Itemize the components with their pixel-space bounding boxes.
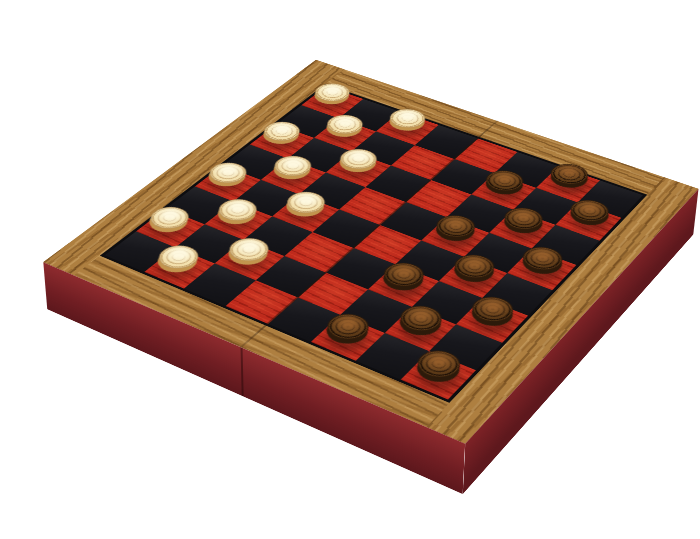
checker-dark[interactable] [447,250,501,282]
checker-light[interactable] [212,195,265,225]
checkers-board [43,60,698,444]
checker-dark[interactable] [319,309,376,344]
checker-light[interactable] [222,234,276,265]
checker-dark[interactable] [376,258,431,291]
checker-light[interactable] [268,152,319,180]
checker-light[interactable] [151,241,206,273]
checker-dark[interactable] [465,292,520,326]
checker-dark[interactable] [516,243,569,275]
checker-dark[interactable] [497,204,549,234]
checker-light[interactable] [333,145,383,172]
checker-dark[interactable] [564,196,615,226]
checker-dark[interactable] [430,211,482,241]
checker-dark[interactable] [393,301,449,336]
checker-light[interactable] [321,112,370,138]
product-photo-scene [0,0,700,539]
checker-dark[interactable] [479,167,529,195]
checker-light[interactable] [280,188,332,217]
board-top-face [43,60,698,444]
box-fold-seam [240,347,243,397]
checker-dark[interactable] [410,346,468,383]
